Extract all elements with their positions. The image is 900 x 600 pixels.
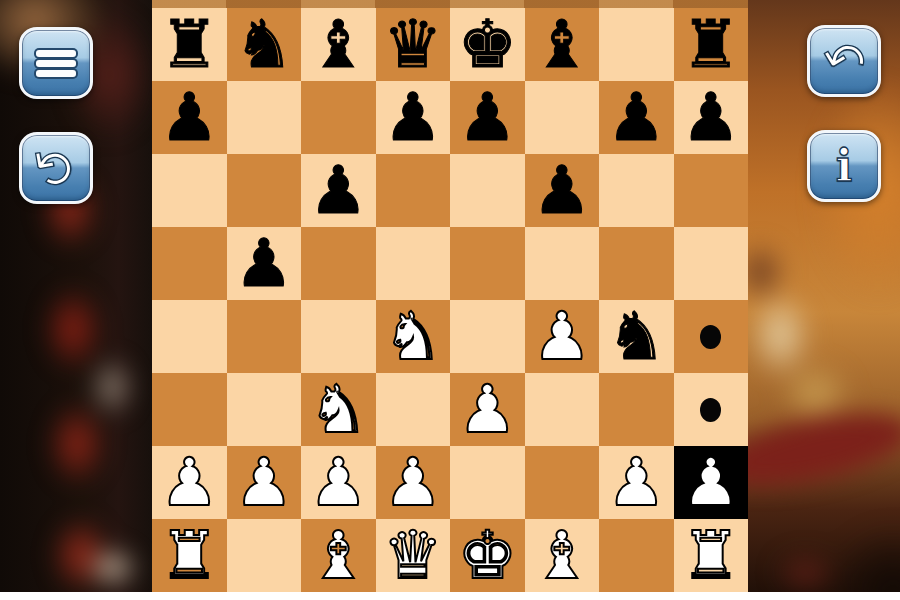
square-b8[interactable]: ♞ [227,8,302,81]
piece-black-rook: ♜ [681,12,740,78]
square-g5[interactable] [599,227,674,300]
square-g4[interactable]: ♞ [599,300,674,373]
piece-white-knight: ♞ [383,304,442,370]
chess-board: ♜♞♝♛♚♝♜♟♟♟♟♟♟♟♟♞♟♞♞♟♟♟♟♟♟♟♜♝♛♚♝♜ [152,8,748,592]
piece-black-pawn: ♟ [309,158,368,224]
square-a5[interactable] [152,227,227,300]
square-g2[interactable]: ♟ [599,446,674,519]
square-h2[interactable]: ♟ [674,446,749,519]
square-d2[interactable]: ♟ [376,446,451,519]
square-f7[interactable] [525,81,600,154]
piece-white-pawn: ♟ [607,450,666,516]
square-g7[interactable]: ♟ [599,81,674,154]
undo-arrow-icon: ↶ [817,31,872,92]
square-d1[interactable]: ♛ [376,519,451,592]
square-b1[interactable] [227,519,302,592]
piece-white-knight: ♞ [309,377,368,443]
piece-black-pawn: ♟ [681,85,740,151]
square-c7[interactable] [301,81,376,154]
board-area: ♜♞♝♛♚♝♜♟♟♟♟♟♟♟♟♞♟♞♞♟♟♟♟♟♟♟♜♝♛♚♝♜ [152,0,748,592]
square-a6[interactable] [152,154,227,227]
menu-button[interactable] [19,27,93,99]
square-b3[interactable] [227,373,302,446]
piece-white-pawn: ♟ [160,450,219,516]
square-d3[interactable] [376,373,451,446]
square-d7[interactable]: ♟ [376,81,451,154]
square-g1[interactable] [599,519,674,592]
square-b6[interactable] [227,154,302,227]
piece-black-king: ♚ [458,12,517,78]
square-f4[interactable]: ♟ [525,300,600,373]
legal-move-dot [700,325,721,349]
square-e1[interactable]: ♚ [450,519,525,592]
square-b2[interactable]: ♟ [227,446,302,519]
square-c3[interactable]: ♞ [301,373,376,446]
square-f3[interactable] [525,373,600,446]
square-f2[interactable] [525,446,600,519]
game-screen: ♜♞♝♛♚♝♜♟♟♟♟♟♟♟♟♞♟♞♞♟♟♟♟♟♟♟♜♝♛♚♝♜ ↺ ↶ i [0,0,900,600]
square-a4[interactable] [152,300,227,373]
square-h1[interactable]: ♜ [674,519,749,592]
restart-button[interactable]: ↺ [19,132,93,204]
piece-black-bishop: ♝ [309,12,368,78]
square-b4[interactable] [227,300,302,373]
square-e8[interactable]: ♚ [450,8,525,81]
square-a8[interactable]: ♜ [152,8,227,81]
square-c1[interactable]: ♝ [301,519,376,592]
square-c5[interactable] [301,227,376,300]
info-button[interactable]: i [807,130,881,202]
piece-black-bishop: ♝ [532,12,591,78]
square-h7[interactable]: ♟ [674,81,749,154]
square-e3[interactable]: ♟ [450,373,525,446]
square-a1[interactable]: ♜ [152,519,227,592]
piece-black-knight: ♞ [607,304,666,370]
piece-black-pawn: ♟ [532,158,591,224]
square-h5[interactable] [674,227,749,300]
piece-white-pawn: ♟ [383,450,442,516]
piece-white-pawn: ♟ [532,304,591,370]
square-g6[interactable] [599,154,674,227]
piece-black-pawn: ♟ [458,85,517,151]
square-c8[interactable]: ♝ [301,8,376,81]
info-icon: i [836,144,853,188]
square-e5[interactable] [450,227,525,300]
piece-white-pawn: ♟ [681,450,740,516]
square-e7[interactable]: ♟ [450,81,525,154]
square-a2[interactable]: ♟ [152,446,227,519]
piece-black-knight: ♞ [234,12,293,78]
piece-white-pawn: ♟ [309,450,368,516]
piece-white-bishop: ♝ [309,523,368,589]
piece-white-rook: ♜ [681,523,740,589]
piece-white-bishop: ♝ [532,523,591,589]
square-g8[interactable] [599,8,674,81]
square-c4[interactable] [301,300,376,373]
piece-white-rook: ♜ [160,523,219,589]
piece-white-pawn: ♟ [458,377,517,443]
hamburger-icon [36,47,76,80]
square-a7[interactable]: ♟ [152,81,227,154]
piece-black-rook: ♜ [160,12,219,78]
square-h8[interactable]: ♜ [674,8,749,81]
square-d4[interactable]: ♞ [376,300,451,373]
piece-white-pawn: ♟ [234,450,293,516]
square-h3[interactable] [674,373,749,446]
bottom-edge-strip [0,592,900,600]
square-d8[interactable]: ♛ [376,8,451,81]
square-f6[interactable]: ♟ [525,154,600,227]
square-c2[interactable]: ♟ [301,446,376,519]
piece-black-pawn: ♟ [160,85,219,151]
undo-button[interactable]: ↶ [807,25,881,97]
square-f8[interactable]: ♝ [525,8,600,81]
square-f5[interactable] [525,227,600,300]
piece-black-pawn: ♟ [607,85,666,151]
square-e2[interactable] [450,446,525,519]
piece-white-king: ♚ [458,523,517,589]
piece-black-pawn: ♟ [234,231,293,297]
square-h4[interactable] [674,300,749,373]
square-c6[interactable]: ♟ [301,154,376,227]
square-d6[interactable] [376,154,451,227]
piece-white-queen: ♛ [383,523,442,589]
square-e6[interactable] [450,154,525,227]
square-b7[interactable] [227,81,302,154]
piece-black-pawn: ♟ [383,85,442,151]
square-f1[interactable]: ♝ [525,519,600,592]
rotate-icon: ↺ [27,142,86,194]
square-h6[interactable] [674,154,749,227]
square-g3[interactable] [599,373,674,446]
square-a3[interactable] [152,373,227,446]
square-b5[interactable]: ♟ [227,227,302,300]
legal-move-dot [700,398,721,422]
square-e4[interactable] [450,300,525,373]
square-d5[interactable] [376,227,451,300]
piece-black-queen: ♛ [383,12,442,78]
